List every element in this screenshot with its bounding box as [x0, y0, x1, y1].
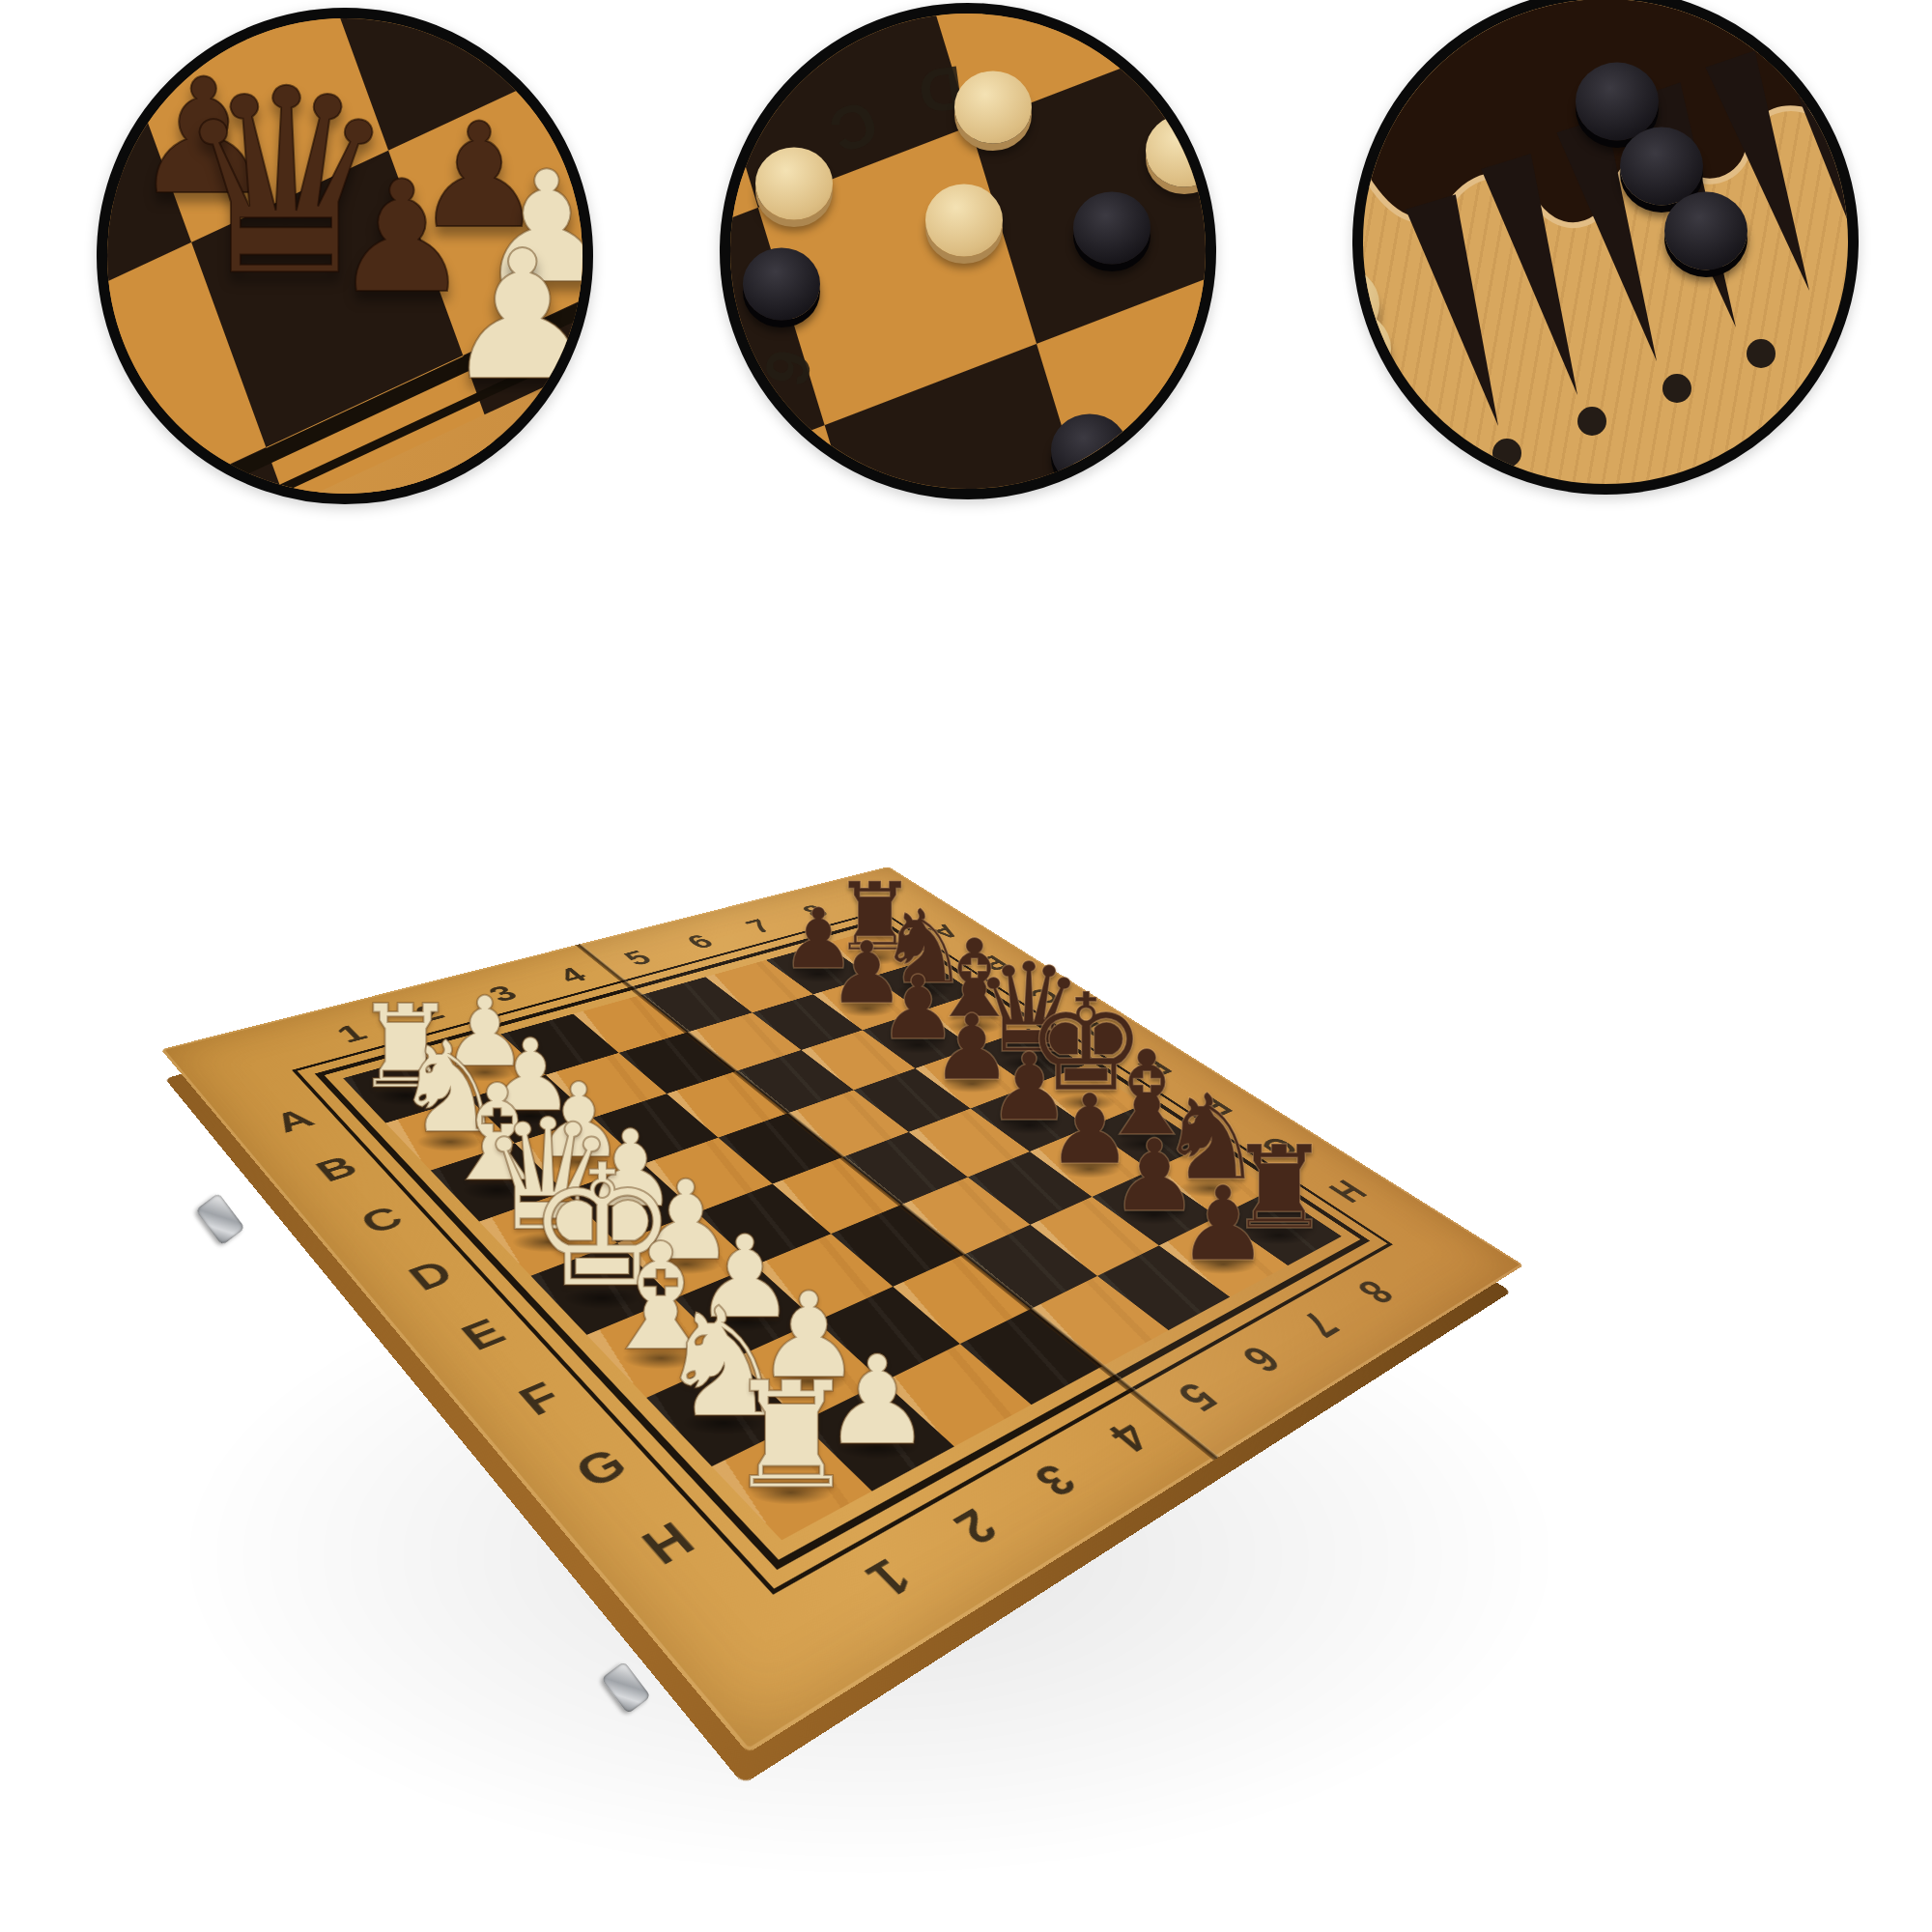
point-dot: [1662, 374, 1691, 403]
board-label-5: 5: [768, 456, 846, 499]
point-dot: [1409, 469, 1438, 484]
light-checkers-disc[interactable]: [1146, 114, 1216, 186]
light-backgammon-checker[interactable]: [1352, 365, 1405, 443]
light-backgammon-checker[interactable]: [1352, 408, 1426, 486]
light-checkers-disc[interactable]: [755, 147, 833, 219]
inset-checkers-closeup: CD65: [720, 3, 1216, 499]
point-dot: [1747, 339, 1776, 368]
dark-backgammon-checker[interactable]: [1664, 192, 1747, 270]
metal-clasp-icon: [195, 1193, 245, 1246]
backgammon-point: [1406, 194, 1498, 426]
dark-checkers-disc[interactable]: [1051, 413, 1128, 486]
light-checkers-disc[interactable]: [925, 184, 1003, 256]
point-dot: [1577, 407, 1606, 436]
product-photo-stage: ♟♛♟♟♟♟ CD65 11A: [0, 0, 1932, 1932]
dark-checkers-disc[interactable]: [1073, 191, 1151, 264]
dark-checkers-disc[interactable]: [743, 247, 820, 320]
point-dots: [1409, 339, 1776, 484]
light-checkers-disc[interactable]: [954, 71, 1032, 143]
light-pawn-closeup[interactable]: ♟: [442, 227, 593, 406]
inset-backgammon-closeup: [1352, 0, 1859, 495]
inset-chess-closeup: ♟♛♟♟♟♟: [97, 8, 593, 504]
point-dot: [1492, 439, 1521, 468]
